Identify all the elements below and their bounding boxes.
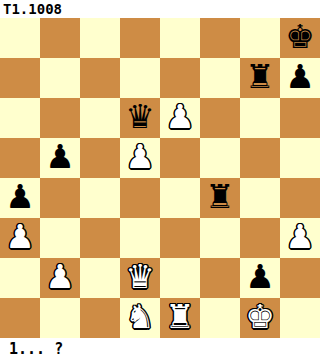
square-f3[interactable] — [200, 218, 240, 258]
square-c3[interactable] — [80, 218, 120, 258]
square-b1[interactable] — [40, 298, 80, 338]
square-a5[interactable] — [0, 138, 40, 178]
square-f2[interactable] — [200, 258, 240, 298]
square-b2[interactable]: ♟ — [40, 258, 80, 298]
white-knight[interactable]: ♞ — [125, 298, 155, 337]
square-f1[interactable] — [200, 298, 240, 338]
square-d5[interactable]: ♟ — [120, 138, 160, 178]
move-prompt: 1... ? — [9, 338, 63, 360]
square-g5[interactable] — [240, 138, 280, 178]
puzzle-header: T1.1008 — [0, 0, 320, 18]
square-e2[interactable] — [160, 258, 200, 298]
square-b3[interactable] — [40, 218, 80, 258]
square-c7[interactable] — [80, 58, 120, 98]
square-e3[interactable] — [160, 218, 200, 258]
puzzle-footer: 1... ? — [0, 338, 320, 360]
chess-board: ♚♜♟♛♟♟♟♟♜♟♟♟♛♟♞♜♚ — [0, 18, 320, 338]
black-rook[interactable]: ♜ — [245, 58, 275, 97]
chess-puzzle-page: T1.1008 ♚♜♟♛♟♟♟♟♜♟♟♟♛♟♞♜♚ 1... ? — [0, 0, 320, 360]
square-e1[interactable]: ♜ — [160, 298, 200, 338]
square-e4[interactable] — [160, 178, 200, 218]
square-g8[interactable] — [240, 18, 280, 58]
black-pawn[interactable]: ♟ — [45, 138, 75, 177]
white-pawn[interactable]: ♟ — [285, 218, 315, 257]
square-f4[interactable]: ♜ — [200, 178, 240, 218]
square-b6[interactable] — [40, 98, 80, 138]
square-c6[interactable] — [80, 98, 120, 138]
square-f6[interactable] — [200, 98, 240, 138]
square-d1[interactable]: ♞ — [120, 298, 160, 338]
square-f5[interactable] — [200, 138, 240, 178]
white-queen[interactable]: ♛ — [125, 258, 155, 297]
square-b8[interactable] — [40, 18, 80, 58]
black-rook[interactable]: ♜ — [205, 178, 235, 217]
white-rook[interactable]: ♜ — [165, 298, 195, 337]
square-c4[interactable] — [80, 178, 120, 218]
square-e8[interactable] — [160, 18, 200, 58]
square-c5[interactable] — [80, 138, 120, 178]
black-pawn[interactable]: ♟ — [285, 58, 315, 97]
square-e5[interactable] — [160, 138, 200, 178]
square-d2[interactable]: ♛ — [120, 258, 160, 298]
square-f7[interactable] — [200, 58, 240, 98]
square-b4[interactable] — [40, 178, 80, 218]
square-d7[interactable] — [120, 58, 160, 98]
square-a7[interactable] — [0, 58, 40, 98]
square-g6[interactable] — [240, 98, 280, 138]
square-a1[interactable] — [0, 298, 40, 338]
square-e6[interactable]: ♟ — [160, 98, 200, 138]
square-c8[interactable] — [80, 18, 120, 58]
square-h5[interactable] — [280, 138, 320, 178]
white-pawn[interactable]: ♟ — [165, 98, 195, 137]
square-c1[interactable] — [80, 298, 120, 338]
black-pawn[interactable]: ♟ — [245, 258, 275, 297]
white-pawn[interactable]: ♟ — [125, 138, 155, 177]
square-a6[interactable] — [0, 98, 40, 138]
square-a3[interactable]: ♟ — [0, 218, 40, 258]
square-a8[interactable] — [0, 18, 40, 58]
square-e7[interactable] — [160, 58, 200, 98]
square-h2[interactable] — [280, 258, 320, 298]
white-pawn[interactable]: ♟ — [45, 258, 75, 297]
square-h3[interactable]: ♟ — [280, 218, 320, 258]
square-a4[interactable]: ♟ — [0, 178, 40, 218]
square-d3[interactable] — [120, 218, 160, 258]
square-b7[interactable] — [40, 58, 80, 98]
square-g2[interactable]: ♟ — [240, 258, 280, 298]
square-h1[interactable] — [280, 298, 320, 338]
square-h8[interactable]: ♚ — [280, 18, 320, 58]
black-queen[interactable]: ♛ — [125, 98, 155, 137]
white-king[interactable]: ♚ — [245, 298, 275, 337]
square-g1[interactable]: ♚ — [240, 298, 280, 338]
square-h6[interactable] — [280, 98, 320, 138]
black-pawn[interactable]: ♟ — [5, 178, 35, 217]
square-d6[interactable]: ♛ — [120, 98, 160, 138]
square-g3[interactable] — [240, 218, 280, 258]
square-g7[interactable]: ♜ — [240, 58, 280, 98]
white-pawn[interactable]: ♟ — [5, 218, 35, 257]
square-h7[interactable]: ♟ — [280, 58, 320, 98]
square-h4[interactable] — [280, 178, 320, 218]
black-king[interactable]: ♚ — [285, 18, 315, 57]
square-b5[interactable]: ♟ — [40, 138, 80, 178]
square-g4[interactable] — [240, 178, 280, 218]
square-f8[interactable] — [200, 18, 240, 58]
square-a2[interactable] — [0, 258, 40, 298]
square-c2[interactable] — [80, 258, 120, 298]
puzzle-id: T1.1008 — [3, 0, 62, 18]
square-d8[interactable] — [120, 18, 160, 58]
square-d4[interactable] — [120, 178, 160, 218]
